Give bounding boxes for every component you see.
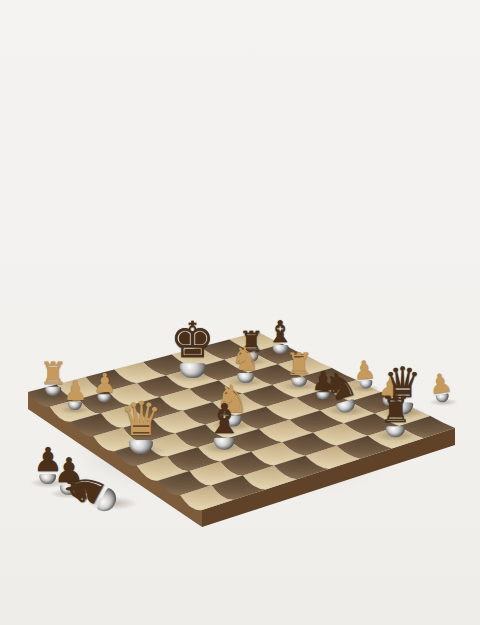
light-queen-e1: ♛ (120, 395, 162, 454)
dark-knight-f7: ♞ (331, 367, 363, 412)
light-knight-glyph: ♞ (231, 342, 261, 375)
light-rook-d7: ♜ (285, 349, 313, 387)
light-rook-glyph: ♜ (285, 349, 313, 380)
light-pawn-glyph: ♟ (427, 369, 454, 398)
dark-rook-h7: ♜ (379, 392, 411, 437)
light-pawn-glyph: ♟ (63, 377, 87, 404)
dark-rook-glyph: ♜ (379, 392, 411, 428)
light-pawn-b1: ♟ (63, 377, 87, 410)
product-photo-canvas: ♝♜♚♞♜♟♜♟♟♟♟♟♞♛♞♜♝♛♟♟♞ (0, 0, 480, 625)
light-pawn-b2: ♟ (93, 370, 116, 402)
light-pawn-glyph: ♟ (93, 370, 116, 396)
dark-knight-off-3: ♞ (91, 448, 132, 506)
dark-king-glyph: ♚ (170, 315, 215, 365)
light-pawn-off-6: ♟ (431, 370, 454, 402)
dark-bishop-glyph: ♝ (267, 317, 294, 347)
dark-king-b5: ♚ (170, 315, 215, 378)
dark-bishop-f3: ♝ (206, 398, 243, 449)
light-queen-glyph: ♛ (120, 395, 162, 442)
dark-bishop-glyph: ♝ (206, 398, 243, 439)
pieces-layer: ♝♜♚♞♜♟♜♟♟♟♟♟♞♛♞♜♝♛♟♟♞ (0, 0, 480, 625)
